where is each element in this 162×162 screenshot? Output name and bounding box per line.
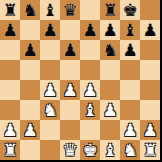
square-e7[interactable]: ♟: [80, 20, 100, 40]
square-f7[interactable]: ♟: [100, 20, 120, 40]
piece-white-pawn: ♟: [102, 100, 117, 120]
piece-black-bishop: ♝: [42, 0, 57, 20]
piece-black-pawn: ♟: [22, 40, 37, 60]
square-h6[interactable]: [140, 40, 160, 60]
square-h4[interactable]: [140, 80, 160, 100]
square-c4[interactable]: ♟: [40, 80, 60, 100]
square-g5[interactable]: [120, 60, 140, 80]
square-e3[interactable]: ♝: [80, 100, 100, 120]
square-e4[interactable]: ♟: [80, 80, 100, 100]
square-b5[interactable]: [20, 60, 40, 80]
square-g1[interactable]: ♞: [120, 140, 140, 160]
square-c5[interactable]: [40, 60, 60, 80]
square-d2[interactable]: [60, 120, 80, 140]
square-g4[interactable]: [120, 80, 140, 100]
square-e5[interactable]: [80, 60, 100, 80]
piece-white-king: ♚: [82, 140, 97, 160]
piece-black-knight: ♞: [102, 40, 117, 60]
square-e2[interactable]: [80, 120, 100, 140]
square-c7[interactable]: ♟: [40, 20, 60, 40]
piece-black-rook: ♜: [2, 0, 17, 20]
piece-white-knight: ♞: [42, 100, 57, 120]
square-d4[interactable]: ♟: [60, 80, 80, 100]
piece-black-pawn: ♟: [2, 20, 17, 40]
chess-board: ♜♞♝♛♜♚♟♟♟♟♝♟♟♟♞♟♟♟♟♞♝♟♟♟♟♟♜♛♚♝♞♜: [0, 0, 160, 160]
square-d1[interactable]: ♛: [60, 140, 80, 160]
square-g2[interactable]: ♟: [120, 120, 140, 140]
square-f1[interactable]: ♝: [100, 140, 120, 160]
square-g8[interactable]: ♚: [120, 0, 140, 20]
square-f4[interactable]: [100, 80, 120, 100]
square-c6[interactable]: [40, 40, 60, 60]
piece-white-pawn: ♟: [82, 80, 97, 100]
piece-black-pawn: ♟: [62, 40, 77, 60]
piece-white-rook: ♜: [142, 140, 157, 160]
square-a7[interactable]: ♟: [0, 20, 20, 40]
square-b7[interactable]: [20, 20, 40, 40]
square-c8[interactable]: ♝: [40, 0, 60, 20]
square-a1[interactable]: ♜: [0, 140, 20, 160]
piece-black-pawn: ♟: [102, 20, 117, 40]
square-h8[interactable]: [140, 0, 160, 20]
piece-white-bishop: ♝: [102, 140, 117, 160]
square-a6[interactable]: [0, 40, 20, 60]
square-d6[interactable]: ♟: [60, 40, 80, 60]
piece-black-pawn: ♟: [42, 20, 57, 40]
piece-white-rook: ♜: [2, 140, 17, 160]
square-f3[interactable]: ♟: [100, 100, 120, 120]
piece-black-pawn: ♟: [122, 40, 137, 60]
square-g3[interactable]: [120, 100, 140, 120]
square-b1[interactable]: [20, 140, 40, 160]
square-b8[interactable]: ♞: [20, 0, 40, 20]
square-g6[interactable]: ♟: [120, 40, 140, 60]
piece-black-pawn: ♟: [82, 20, 97, 40]
square-h3[interactable]: [140, 100, 160, 120]
square-f5[interactable]: [100, 60, 120, 80]
square-c2[interactable]: [40, 120, 60, 140]
piece-black-king: ♚: [122, 0, 137, 20]
square-a8[interactable]: ♜: [0, 0, 20, 20]
square-a4[interactable]: [0, 80, 20, 100]
square-a3[interactable]: [0, 100, 20, 120]
square-e1[interactable]: ♚: [80, 140, 100, 160]
piece-white-pawn: ♟: [22, 120, 37, 140]
chess-app-window: ♜♞♝♛♜♚♟♟♟♟♝♟♟♟♞♟♟♟♟♞♝♟♟♟♟♟♜♛♚♝♞♜: [0, 0, 162, 162]
square-b6[interactable]: ♟: [20, 40, 40, 60]
piece-black-bishop: ♝: [122, 20, 137, 40]
square-b4[interactable]: [20, 80, 40, 100]
square-b3[interactable]: [20, 100, 40, 120]
piece-black-pawn: ♟: [142, 20, 157, 40]
square-e6[interactable]: [80, 40, 100, 60]
square-g7[interactable]: ♝: [120, 20, 140, 40]
square-d8[interactable]: ♛: [60, 0, 80, 20]
square-d3[interactable]: [60, 100, 80, 120]
square-c1[interactable]: [40, 140, 60, 160]
square-h7[interactable]: ♟: [140, 20, 160, 40]
piece-black-rook: ♜: [102, 0, 117, 20]
piece-white-pawn: ♟: [2, 120, 17, 140]
square-d7[interactable]: [60, 20, 80, 40]
square-f2[interactable]: [100, 120, 120, 140]
piece-white-bishop: ♝: [82, 100, 97, 120]
square-d5[interactable]: [60, 60, 80, 80]
square-f8[interactable]: ♜: [100, 0, 120, 20]
piece-white-queen: ♛: [62, 140, 77, 160]
piece-white-knight: ♞: [122, 140, 137, 160]
square-a5[interactable]: [0, 60, 20, 80]
piece-white-pawn: ♟: [62, 80, 77, 100]
square-e8[interactable]: [80, 0, 100, 20]
square-b2[interactable]: ♟: [20, 120, 40, 140]
square-h5[interactable]: [140, 60, 160, 80]
piece-white-pawn: ♟: [122, 120, 137, 140]
square-a2[interactable]: ♟: [0, 120, 20, 140]
piece-black-queen: ♛: [62, 0, 77, 20]
square-f6[interactable]: ♞: [100, 40, 120, 60]
square-h2[interactable]: ♟: [140, 120, 160, 140]
square-h1[interactable]: ♜: [140, 140, 160, 160]
piece-black-knight: ♞: [22, 0, 37, 20]
piece-white-pawn: ♟: [42, 80, 57, 100]
piece-white-pawn: ♟: [142, 120, 157, 140]
square-c3[interactable]: ♞: [40, 100, 60, 120]
